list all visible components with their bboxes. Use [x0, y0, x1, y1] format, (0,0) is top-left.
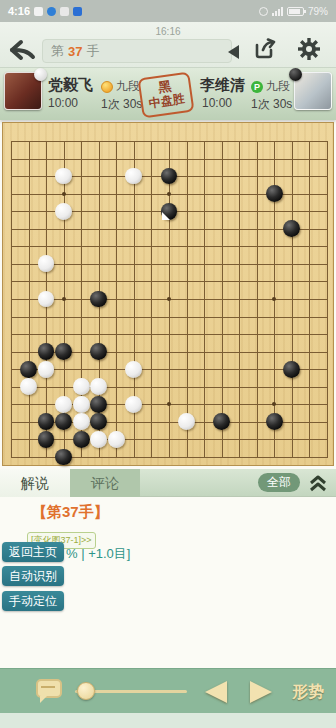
grid-line	[187, 141, 188, 458]
situation-button[interactable]: 形势	[292, 682, 324, 703]
grid-line	[222, 141, 223, 458]
commentary-panel: 【第37手】 [变化图37-1]>> % | +1.0目] 返回主页 自动识别 …	[0, 497, 336, 668]
grid-line	[11, 439, 328, 440]
black-stone	[90, 291, 107, 308]
back-button[interactable]	[8, 38, 36, 62]
white-stone	[108, 431, 125, 448]
grid-line	[292, 141, 293, 458]
grid-line	[11, 387, 328, 388]
notification-icon	[47, 7, 56, 16]
settings-gear-icon[interactable]	[296, 36, 322, 66]
move-heading: 【第37手】	[32, 503, 109, 522]
black-stone	[90, 413, 107, 430]
white-stone	[38, 291, 55, 308]
collapse-chevrons-icon[interactable]	[308, 473, 328, 497]
white-stone	[125, 361, 142, 378]
grid-line	[11, 369, 328, 370]
white-stone	[90, 378, 107, 395]
notification-icon	[60, 7, 69, 16]
previous-move-button[interactable]	[205, 681, 227, 703]
star-point	[167, 402, 171, 406]
notification-icon	[73, 7, 82, 16]
status-time: 4:16	[8, 5, 30, 17]
white-stone	[38, 255, 55, 272]
comment-bubble-icon[interactable]	[36, 679, 62, 698]
grid-line	[309, 141, 310, 458]
grid-line	[257, 141, 258, 458]
left-triangle-icon[interactable]	[228, 45, 239, 59]
grid-line	[204, 141, 205, 458]
star-point	[62, 192, 66, 196]
black-stone	[73, 431, 90, 448]
move-number: 37	[68, 44, 82, 59]
move-prefix: 第	[51, 42, 64, 60]
manual-position-button[interactable]: 手动定位	[2, 591, 64, 611]
grid-line	[11, 334, 328, 335]
white-stone	[125, 168, 142, 185]
black-stone	[38, 431, 55, 448]
white-stone	[125, 396, 142, 413]
black-stone	[283, 361, 300, 378]
star-point	[167, 297, 171, 301]
black-stone	[266, 413, 283, 430]
left-player-time: 10:00	[48, 96, 78, 110]
score-text: % | +1.0目]	[66, 545, 130, 563]
black-stone	[90, 343, 107, 360]
move-slider-knob[interactable]	[77, 682, 95, 700]
black-stone	[161, 203, 178, 220]
pro-badge-icon: P	[251, 81, 263, 93]
gold-medal-icon	[101, 81, 113, 93]
white-stone	[73, 378, 90, 395]
white-stone	[73, 396, 90, 413]
tab-bar: 解说 评论 全部	[0, 469, 336, 497]
right-player-byoyomi: 1次 30s	[251, 96, 292, 113]
black-stone	[161, 168, 178, 185]
header: 16:16 第 37 手	[0, 22, 336, 68]
star-point	[272, 297, 276, 301]
black-stone	[55, 413, 72, 430]
alarm-icon	[259, 7, 268, 16]
all-filter-button[interactable]: 全部	[258, 473, 300, 492]
black-stone	[55, 449, 72, 466]
gesture-bar	[0, 713, 336, 728]
black-stone	[55, 343, 72, 360]
white-stone-icon	[34, 68, 47, 81]
black-stone	[283, 220, 300, 237]
signal-icon	[272, 7, 283, 16]
star-point	[62, 297, 66, 301]
star-point	[167, 192, 171, 196]
return-home-button[interactable]: 返回主页	[2, 542, 64, 562]
black-stone	[20, 361, 37, 378]
black-stone-icon	[289, 68, 302, 81]
right-player-time: 10:00	[202, 96, 232, 110]
star-point	[272, 402, 276, 406]
left-player-byoyomi: 1次 30s	[101, 96, 142, 113]
left-player-name: 党毅飞	[48, 76, 93, 95]
right-player-rank: 九段	[266, 78, 290, 95]
white-stone	[178, 413, 195, 430]
last-move-marker	[162, 212, 170, 220]
auto-recognize-button[interactable]: 自动识别	[2, 566, 64, 586]
next-move-button[interactable]	[250, 681, 272, 703]
black-stone	[38, 413, 55, 430]
battery-percent: 79%	[308, 6, 328, 17]
white-stone	[55, 203, 72, 220]
grid-line	[11, 317, 328, 318]
battery-icon	[287, 7, 304, 16]
black-stone	[213, 413, 230, 430]
move-indicator: 第 37 手	[42, 39, 232, 63]
black-stone	[266, 185, 283, 202]
app-screen: 4:16 79% 16:16 第 37 手	[0, 0, 336, 728]
white-stone	[55, 168, 72, 185]
white-stone	[73, 413, 90, 430]
share-icon[interactable]	[254, 38, 278, 64]
player-bar: 党毅飞 九段 10:00 1次 30s 黑 中盘胜 李维清 P 九段 10:00…	[0, 68, 336, 120]
left-player-rank: 九段	[116, 78, 140, 95]
white-stone	[90, 431, 107, 448]
tab-commentary[interactable]: 解说	[0, 469, 70, 497]
result-stamp: 黑 中盘胜	[137, 72, 194, 119]
notification-icon	[34, 7, 43, 16]
status-bar: 4:16 79%	[0, 0, 336, 22]
right-player-name: 李维清	[200, 76, 245, 95]
grid-line	[327, 141, 328, 458]
grid-line	[239, 141, 240, 458]
white-stone	[38, 361, 55, 378]
bottom-toolbar: 形势	[0, 668, 336, 713]
black-stone	[38, 343, 55, 360]
game-clock: 16:16	[0, 26, 336, 37]
black-stone	[90, 396, 107, 413]
move-suffix: 手	[86, 42, 99, 60]
tab-comments[interactable]: 评论	[70, 469, 140, 497]
white-stone	[55, 396, 72, 413]
go-board[interactable]	[2, 122, 334, 466]
white-stone	[20, 378, 37, 395]
